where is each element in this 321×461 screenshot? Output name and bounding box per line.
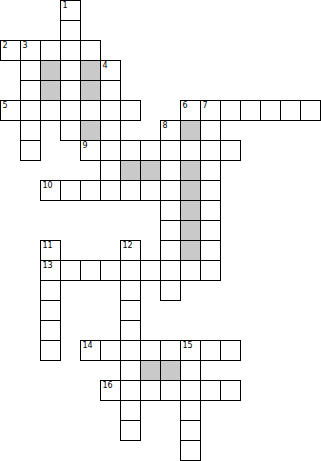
crossword-cell[interactable] <box>80 100 101 121</box>
crossword-cell[interactable] <box>20 80 41 101</box>
crossword-cell[interactable] <box>40 300 61 321</box>
crossword-cell[interactable] <box>260 100 281 121</box>
crossword-cell-shaded <box>80 60 101 81</box>
crossword-cell[interactable] <box>140 260 161 281</box>
clue-number: 9 <box>83 141 88 150</box>
crossword-cell-shaded <box>80 120 101 141</box>
clue-number: 3 <box>23 41 28 50</box>
clue-number: 1 <box>63 1 68 10</box>
crossword-cell[interactable] <box>40 280 61 301</box>
crossword-cell[interactable] <box>80 260 101 281</box>
crossword-cell-shaded <box>180 180 201 201</box>
crossword-cell[interactable] <box>140 140 161 161</box>
crossword-cell-shaded <box>80 80 101 101</box>
crossword-cell[interactable] <box>200 160 221 181</box>
crossword-cell[interactable]: 7 <box>200 100 221 121</box>
crossword-cell-shaded <box>40 80 61 101</box>
crossword-cell[interactable]: 14 <box>80 340 101 361</box>
crossword-cell[interactable] <box>20 120 41 141</box>
crossword-cell[interactable] <box>180 360 201 381</box>
crossword-cell[interactable] <box>60 260 81 281</box>
crossword-cell[interactable] <box>180 260 201 281</box>
crossword-cell[interactable] <box>220 380 241 401</box>
crossword-cell[interactable] <box>20 60 41 81</box>
clue-number: 15 <box>183 341 193 350</box>
crossword-cell[interactable] <box>180 420 201 441</box>
crossword-cell-shaded <box>40 60 61 81</box>
crossword-cell[interactable] <box>60 40 81 61</box>
clue-number: 4 <box>103 61 108 70</box>
crossword-cell[interactable] <box>240 100 261 121</box>
crossword-cell[interactable] <box>120 340 141 361</box>
crossword-cell-shaded <box>140 360 161 381</box>
crossword-grid: 12345678910111213141516 <box>0 0 321 461</box>
crossword-cell[interactable] <box>100 340 121 361</box>
crossword-cell[interactable] <box>160 280 181 301</box>
crossword-cell[interactable] <box>60 100 81 121</box>
crossword-cell[interactable] <box>120 100 141 121</box>
crossword-cell[interactable] <box>300 100 321 121</box>
crossword-cell[interactable]: 13 <box>40 260 61 281</box>
crossword-cell-shaded <box>160 360 181 381</box>
crossword-cell[interactable] <box>120 400 141 421</box>
crossword-cell-shaded <box>180 160 201 181</box>
crossword-cell[interactable] <box>200 220 221 241</box>
clue-number: 16 <box>103 381 113 390</box>
crossword-cell[interactable] <box>160 380 181 401</box>
clue-number: 6 <box>183 101 188 110</box>
crossword-cell[interactable] <box>160 340 181 361</box>
crossword-cell[interactable]: 4 <box>100 60 121 81</box>
clue-number: 2 <box>3 41 8 50</box>
crossword-cell[interactable]: 9 <box>80 140 101 161</box>
crossword-cell[interactable] <box>60 20 81 41</box>
crossword-cell[interactable] <box>80 40 101 61</box>
crossword-cell[interactable] <box>220 140 241 161</box>
crossword-cell[interactable] <box>120 320 141 341</box>
crossword-cell[interactable]: 15 <box>180 340 201 361</box>
crossword-cell[interactable]: 10 <box>40 180 61 201</box>
crossword-cell[interactable] <box>160 240 181 261</box>
crossword-cell[interactable] <box>140 180 161 201</box>
crossword-cell[interactable]: 16 <box>100 380 121 401</box>
crossword-cell[interactable] <box>200 180 221 201</box>
crossword-cell[interactable] <box>160 200 181 221</box>
crossword-cell[interactable] <box>140 340 161 361</box>
crossword-cell[interactable]: 6 <box>180 100 201 121</box>
crossword-cell[interactable] <box>180 400 201 421</box>
crossword-cell[interactable]: 2 <box>0 40 21 61</box>
crossword-cell[interactable] <box>200 200 221 221</box>
crossword-cell-shaded <box>140 160 161 181</box>
crossword-cell[interactable] <box>120 280 141 301</box>
crossword-cell[interactable] <box>40 320 61 341</box>
crossword-cell[interactable] <box>100 260 121 281</box>
crossword-cell[interactable] <box>280 100 301 121</box>
crossword-cell[interactable] <box>40 100 61 121</box>
clue-number: 12 <box>123 241 133 250</box>
crossword-cell[interactable] <box>40 40 61 61</box>
crossword-cell[interactable] <box>20 100 41 121</box>
crossword-cell[interactable] <box>60 120 81 141</box>
crossword-cell[interactable] <box>160 160 181 181</box>
crossword-cell-shaded <box>120 160 141 181</box>
crossword-cell[interactable] <box>40 340 61 361</box>
crossword-cell[interactable]: 12 <box>120 240 141 261</box>
crossword-cell[interactable] <box>120 360 141 381</box>
crossword-cell-shaded <box>180 200 201 221</box>
clue-number: 8 <box>163 121 168 130</box>
crossword-cell[interactable]: 8 <box>160 120 181 141</box>
crossword-cell[interactable] <box>100 160 121 181</box>
crossword-cell[interactable] <box>160 180 181 201</box>
crossword-cell[interactable] <box>100 100 121 121</box>
crossword-cell[interactable] <box>100 120 121 141</box>
crossword-cell[interactable] <box>120 420 141 441</box>
clue-number: 10 <box>43 181 53 190</box>
crossword-cell[interactable] <box>120 260 141 281</box>
crossword-cell[interactable] <box>120 300 141 321</box>
crossword-cell[interactable] <box>60 80 81 101</box>
clue-number: 7 <box>203 101 208 110</box>
crossword-cell[interactable]: 3 <box>20 40 41 61</box>
crossword-cell[interactable] <box>120 140 141 161</box>
crossword-cell-shaded <box>180 120 201 141</box>
crossword-cell[interactable] <box>120 180 141 201</box>
crossword-cell[interactable] <box>160 140 181 161</box>
clue-number: 14 <box>83 341 93 350</box>
crossword-cell[interactable] <box>20 140 41 161</box>
crossword-cell-shaded <box>180 240 201 261</box>
crossword-cell[interactable] <box>220 100 241 121</box>
crossword-cell[interactable] <box>200 260 221 281</box>
crossword-cell[interactable] <box>220 340 241 361</box>
crossword-cell[interactable] <box>100 80 121 101</box>
crossword-cell[interactable] <box>200 120 221 141</box>
crossword-cell[interactable] <box>60 180 81 201</box>
crossword-cell[interactable] <box>160 260 181 281</box>
crossword-cell[interactable] <box>100 140 121 161</box>
crossword-cell[interactable] <box>60 60 81 81</box>
crossword-cell[interactable] <box>120 380 141 401</box>
crossword-cell[interactable] <box>200 140 221 161</box>
crossword-cell[interactable] <box>180 440 201 461</box>
crossword-cell[interactable] <box>200 240 221 261</box>
crossword-cell[interactable] <box>80 180 101 201</box>
crossword-cell[interactable]: 1 <box>60 0 81 21</box>
crossword-cell[interactable] <box>100 180 121 201</box>
clue-number: 11 <box>43 241 53 250</box>
clue-number: 5 <box>3 101 8 110</box>
crossword-cell[interactable] <box>180 380 201 401</box>
crossword-cell[interactable] <box>180 140 201 161</box>
crossword-cell[interactable] <box>200 380 221 401</box>
crossword-cell[interactable] <box>200 340 221 361</box>
crossword-cell[interactable] <box>160 220 181 241</box>
crossword-cell[interactable] <box>140 380 161 401</box>
crossword-cell[interactable]: 5 <box>0 100 21 121</box>
crossword-cell-shaded <box>180 220 201 241</box>
clue-number: 13 <box>43 261 53 270</box>
crossword-cell[interactable]: 11 <box>40 240 61 261</box>
